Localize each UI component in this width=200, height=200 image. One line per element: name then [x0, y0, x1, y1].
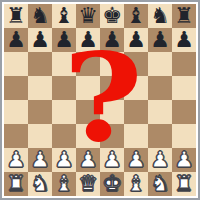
square-d6[interactable] [76, 52, 100, 76]
white-king-piece: ♚ [102, 172, 122, 196]
square-g1[interactable]: ♞ [148, 172, 172, 196]
square-f8[interactable]: ♝ [124, 4, 148, 28]
square-h8[interactable]: ♜ [172, 4, 196, 28]
square-b3[interactable] [28, 124, 52, 148]
white-pawn-piece: ♟ [30, 148, 50, 172]
black-bishop-piece: ♝ [54, 4, 74, 28]
black-bishop-piece: ♝ [126, 4, 146, 28]
square-b7[interactable]: ♟ [28, 28, 52, 52]
square-f4[interactable] [124, 100, 148, 124]
black-pawn-piece: ♟ [6, 28, 26, 52]
square-a7[interactable]: ♟ [4, 28, 28, 52]
square-e3[interactable] [100, 124, 124, 148]
white-pawn-piece: ♟ [6, 148, 26, 172]
black-rook-piece: ♜ [6, 4, 26, 28]
white-pawn-piece: ♟ [102, 148, 122, 172]
square-a5[interactable] [4, 76, 28, 100]
square-a6[interactable] [4, 52, 28, 76]
square-g4[interactable] [148, 100, 172, 124]
square-c3[interactable] [52, 124, 76, 148]
square-h1[interactable]: ♜ [172, 172, 196, 196]
square-g2[interactable]: ♟ [148, 148, 172, 172]
black-knight-piece: ♞ [30, 4, 50, 28]
square-g6[interactable] [148, 52, 172, 76]
square-e4[interactable] [100, 100, 124, 124]
board-frame: ♜♞♝♛♚♝♞♜♟♟♟♟♟♟♟♟♟♟♟♟♟♟♟♟♜♞♝♛♚♝♞♜ [0, 0, 200, 200]
square-e7[interactable]: ♟ [100, 28, 124, 52]
square-c6[interactable] [52, 52, 76, 76]
square-h4[interactable] [172, 100, 196, 124]
square-b2[interactable]: ♟ [28, 148, 52, 172]
white-knight-piece: ♞ [30, 172, 50, 196]
square-g3[interactable] [148, 124, 172, 148]
square-c8[interactable]: ♝ [52, 4, 76, 28]
square-e1[interactable]: ♚ [100, 172, 124, 196]
square-d1[interactable]: ♛ [76, 172, 100, 196]
square-f6[interactable] [124, 52, 148, 76]
square-g7[interactable]: ♟ [148, 28, 172, 52]
white-pawn-piece: ♟ [126, 148, 146, 172]
black-pawn-piece: ♟ [174, 28, 194, 52]
white-pawn-piece: ♟ [174, 148, 194, 172]
square-e8[interactable]: ♚ [100, 4, 124, 28]
square-h5[interactable] [172, 76, 196, 100]
square-h2[interactable]: ♟ [172, 148, 196, 172]
square-h3[interactable] [172, 124, 196, 148]
white-pawn-piece: ♟ [78, 148, 98, 172]
white-queen-piece: ♛ [78, 172, 98, 196]
square-b5[interactable] [28, 76, 52, 100]
white-bishop-piece: ♝ [54, 172, 74, 196]
white-rook-piece: ♜ [174, 172, 194, 196]
square-b4[interactable] [28, 100, 52, 124]
square-a1[interactable]: ♜ [4, 172, 28, 196]
square-c4[interactable] [52, 100, 76, 124]
square-e2[interactable]: ♟ [100, 148, 124, 172]
square-a8[interactable]: ♜ [4, 4, 28, 28]
square-b8[interactable]: ♞ [28, 4, 52, 28]
square-b1[interactable]: ♞ [28, 172, 52, 196]
chess-board: ♜♞♝♛♚♝♞♜♟♟♟♟♟♟♟♟♟♟♟♟♟♟♟♟♜♞♝♛♚♝♞♜ [4, 4, 196, 196]
black-pawn-piece: ♟ [102, 28, 122, 52]
square-d3[interactable] [76, 124, 100, 148]
square-d5[interactable] [76, 76, 100, 100]
square-f1[interactable]: ♝ [124, 172, 148, 196]
square-f7[interactable]: ♟ [124, 28, 148, 52]
black-pawn-piece: ♟ [54, 28, 74, 52]
black-pawn-piece: ♟ [126, 28, 146, 52]
white-rook-piece: ♜ [6, 172, 26, 196]
white-pawn-piece: ♟ [150, 148, 170, 172]
square-c5[interactable] [52, 76, 76, 100]
square-f3[interactable] [124, 124, 148, 148]
square-b6[interactable] [28, 52, 52, 76]
white-bishop-piece: ♝ [126, 172, 146, 196]
square-c7[interactable]: ♟ [52, 28, 76, 52]
black-pawn-piece: ♟ [30, 28, 50, 52]
white-pawn-piece: ♟ [54, 148, 74, 172]
square-h6[interactable] [172, 52, 196, 76]
square-a4[interactable] [4, 100, 28, 124]
square-f2[interactable]: ♟ [124, 148, 148, 172]
black-king-piece: ♚ [102, 4, 122, 28]
square-g8[interactable]: ♞ [148, 4, 172, 28]
square-c1[interactable]: ♝ [52, 172, 76, 196]
chess-app-window: ♜♞♝♛♚♝♞♜♟♟♟♟♟♟♟♟♟♟♟♟♟♟♟♟♜♞♝♛♚♝♞♜ ? [0, 0, 200, 200]
black-queen-piece: ♛ [78, 4, 98, 28]
square-d4[interactable] [76, 100, 100, 124]
white-knight-piece: ♞ [150, 172, 170, 196]
black-knight-piece: ♞ [150, 4, 170, 28]
square-h7[interactable]: ♟ [172, 28, 196, 52]
square-a2[interactable]: ♟ [4, 148, 28, 172]
square-d2[interactable]: ♟ [76, 148, 100, 172]
square-e5[interactable] [100, 76, 124, 100]
square-g5[interactable] [148, 76, 172, 100]
square-a3[interactable] [4, 124, 28, 148]
black-pawn-piece: ♟ [78, 28, 98, 52]
square-c2[interactable]: ♟ [52, 148, 76, 172]
square-d8[interactable]: ♛ [76, 4, 100, 28]
black-pawn-piece: ♟ [150, 28, 170, 52]
square-e6[interactable] [100, 52, 124, 76]
square-d7[interactable]: ♟ [76, 28, 100, 52]
square-f5[interactable] [124, 76, 148, 100]
black-rook-piece: ♜ [174, 4, 194, 28]
